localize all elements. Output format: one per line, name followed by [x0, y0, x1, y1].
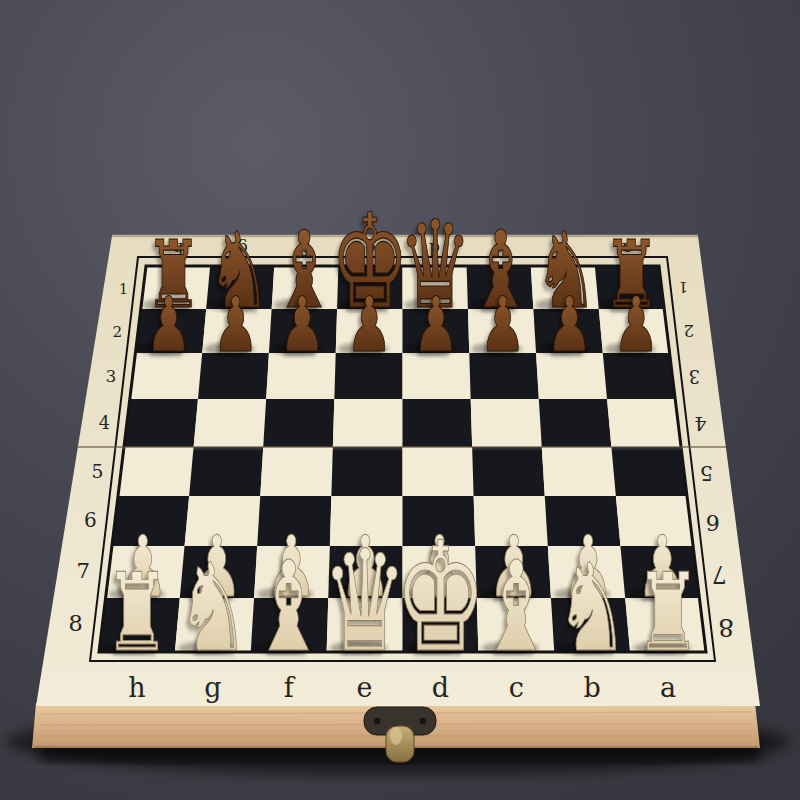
piece-dark-pawn-a2[interactable]: ♟ — [613, 281, 659, 369]
rank-label-right-3: 3 — [689, 366, 700, 387]
rank-label-left-8: 8 — [69, 610, 83, 636]
piece-light-rook-a8[interactable]: ♜ — [635, 549, 701, 675]
piece-light-knight-b8[interactable]: ♞ — [555, 538, 629, 679]
piece-dark-pawn-g2[interactable]: ♟ — [212, 281, 258, 369]
piece-dark-pawn-e2[interactable]: ♟ — [346, 281, 392, 369]
piece-light-king-d8[interactable]: ♚ — [394, 510, 486, 686]
square-h4[interactable] — [124, 399, 198, 447]
chessboard: 1122334455667788hhggffeeddccbbaa♜♞♝♚♛♝♞♜… — [0, 0, 800, 800]
chess-set-product-photo: 1122334455667788hhggffeeddccbbaa♜♞♝♚♛♝♞♜… — [0, 0, 800, 800]
square-h5[interactable] — [118, 447, 194, 496]
rank-label-right-7: 7 — [712, 560, 727, 588]
latch-screw-right — [420, 718, 426, 724]
square-c4[interactable] — [471, 399, 542, 447]
piece-light-bishop-c8[interactable]: ♝ — [478, 534, 554, 679]
rank-label-right-4: 4 — [694, 412, 706, 435]
square-f5[interactable] — [260, 447, 333, 496]
piece-dark-pawn-f2[interactable]: ♟ — [279, 281, 325, 369]
square-a4[interactable] — [607, 399, 681, 447]
file-label-bottom-h: h — [128, 672, 145, 703]
file-label-bottom-a: a — [660, 672, 676, 703]
square-d5[interactable] — [403, 447, 474, 496]
latch-screw-left — [374, 718, 380, 724]
square-g5[interactable] — [189, 447, 263, 496]
piece-dark-pawn-b2[interactable]: ♟ — [546, 281, 592, 369]
square-b5[interactable] — [542, 447, 616, 496]
piece-dark-pawn-d2[interactable]: ♟ — [413, 281, 459, 369]
rank-label-right-6: 6 — [706, 510, 720, 535]
square-d4[interactable] — [403, 399, 473, 447]
rank-label-left-2: 2 — [113, 323, 123, 341]
rank-label-left-6: 6 — [84, 508, 97, 532]
latch-knob-highlight — [390, 727, 402, 745]
rank-label-left-3: 3 — [106, 367, 116, 386]
square-f4[interactable] — [263, 399, 334, 447]
piece-dark-pawn-h2[interactable]: ♟ — [146, 281, 192, 369]
rank-label-right-1: 1 — [678, 278, 688, 296]
square-e5[interactable] — [331, 447, 402, 496]
rank-label-left-5: 5 — [91, 461, 103, 482]
rank-label-left-7: 7 — [76, 558, 89, 583]
square-e4[interactable] — [333, 399, 403, 447]
square-g4[interactable] — [194, 399, 267, 447]
piece-light-rook-h8[interactable]: ♜ — [104, 549, 170, 675]
rank-label-left-1: 1 — [119, 281, 128, 297]
piece-light-knight-g8[interactable]: ♞ — [176, 538, 250, 679]
square-c5[interactable] — [472, 447, 545, 496]
piece-light-bishop-f8[interactable]: ♝ — [251, 534, 327, 679]
rank-label-right-5: 5 — [700, 461, 713, 485]
piece-dark-pawn-c2[interactable]: ♟ — [479, 281, 525, 369]
rank-label-right-8: 8 — [718, 613, 734, 642]
rank-label-left-4: 4 — [99, 413, 110, 433]
square-b4[interactable] — [539, 399, 612, 447]
square-a5[interactable] — [611, 447, 687, 496]
rank-label-right-2: 2 — [684, 321, 694, 340]
